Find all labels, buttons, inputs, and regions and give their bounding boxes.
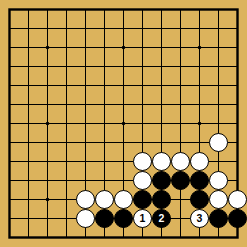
white-stone: 1: [133, 209, 152, 228]
white-stone: 3: [190, 209, 209, 228]
go-board: 123: [0, 0, 247, 247]
move-number-label: 3: [197, 213, 203, 224]
white-stone: [114, 190, 133, 209]
white-stone: [133, 171, 152, 190]
black-stone: [152, 171, 171, 190]
white-stone: [209, 133, 228, 152]
move-number-label: 1: [140, 213, 146, 224]
white-stone: [76, 190, 95, 209]
move-number-label: 2: [159, 213, 165, 224]
white-stone: [95, 190, 114, 209]
white-stone: [76, 209, 95, 228]
black-stone: 2: [152, 209, 171, 228]
black-stone: [190, 190, 209, 209]
black-stone: [95, 209, 114, 228]
black-stone: [209, 209, 228, 228]
white-stone: [133, 152, 152, 171]
black-stone: [133, 190, 152, 209]
black-stone: [171, 171, 190, 190]
white-stone: [152, 152, 171, 171]
white-stone: [209, 190, 228, 209]
black-stone: [114, 209, 133, 228]
white-stone: [190, 152, 209, 171]
stones-layer: 123: [0, 0, 247, 247]
white-stone: [209, 171, 228, 190]
black-stone: [152, 190, 171, 209]
white-stone: [171, 152, 190, 171]
black-stone: [228, 209, 247, 228]
white-stone: [228, 190, 247, 209]
black-stone: [190, 171, 209, 190]
